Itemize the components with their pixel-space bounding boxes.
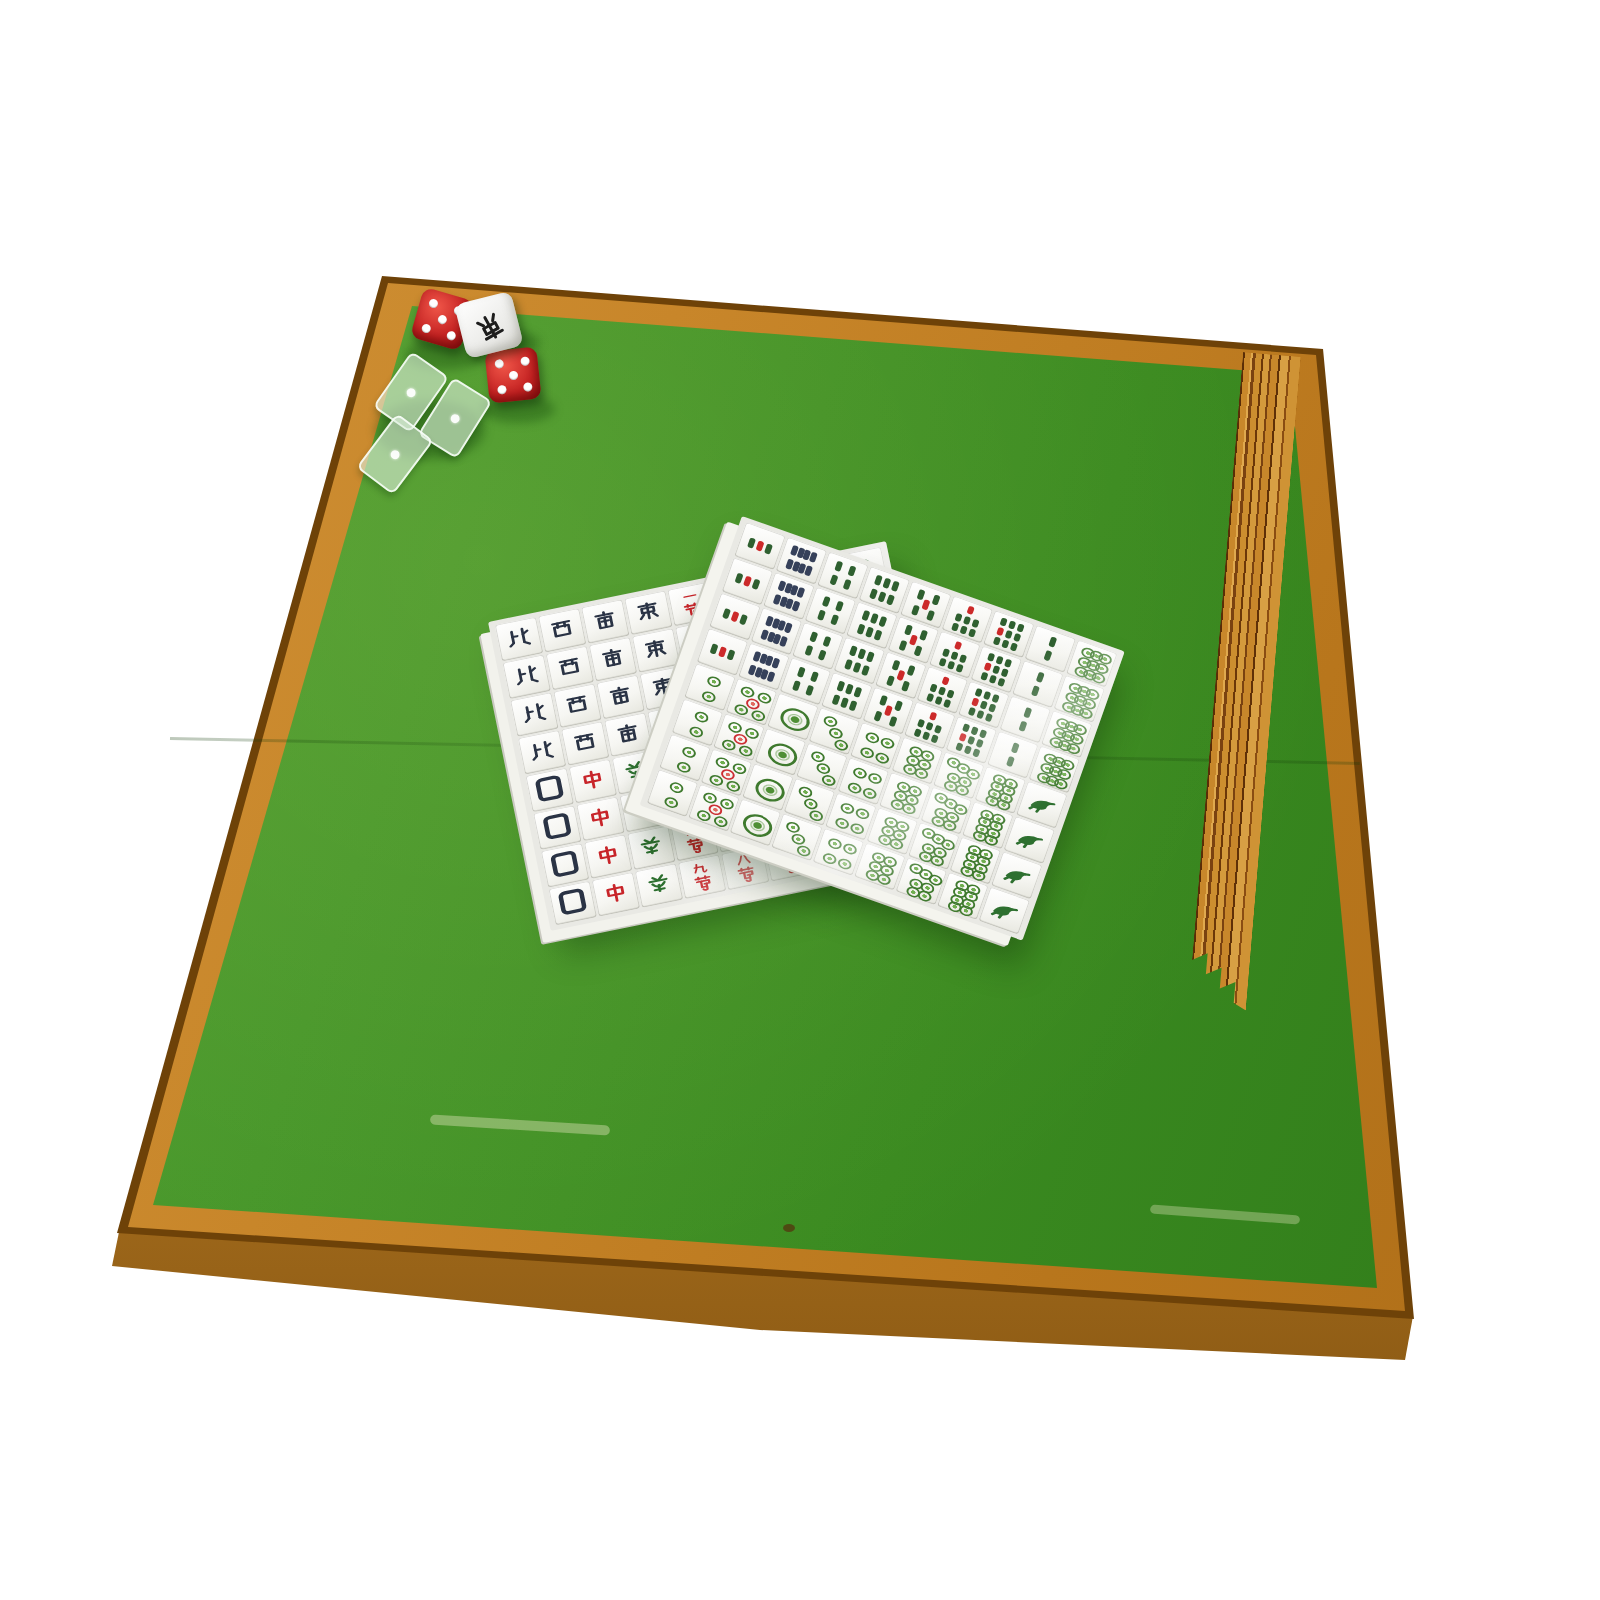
dot [675, 760, 692, 774]
bamboo-stick [889, 716, 898, 728]
tile-F [627, 825, 676, 870]
tile-W [538, 608, 587, 653]
bamboo-stick [964, 745, 972, 754]
bamboo-stick [718, 646, 727, 658]
dot [738, 744, 755, 758]
bamboo-stick [967, 736, 975, 745]
honor-tile-glyph-C [586, 804, 615, 833]
dot [725, 779, 742, 793]
bamboo-stick [999, 617, 1007, 626]
bamboo-stick [845, 683, 854, 695]
bamboo-stick [844, 659, 853, 671]
tile-E [624, 590, 673, 635]
bamboo-stick [907, 665, 916, 677]
tile-W [546, 646, 595, 691]
tile-C [569, 759, 618, 804]
bamboo-stick [1005, 630, 1013, 639]
marker-highlight-dot [405, 386, 418, 399]
bamboo-stick [1013, 633, 1021, 642]
bamboo-stick [866, 651, 875, 663]
bamboo-stick [987, 652, 995, 661]
bamboo-stick [959, 654, 967, 663]
bamboo-stick [935, 696, 943, 705]
dot [739, 685, 756, 699]
bamboo-stick [909, 634, 918, 646]
bamboo-stick [886, 594, 895, 606]
bamboo-stick [950, 651, 958, 660]
dot [688, 725, 705, 739]
dot [663, 796, 680, 810]
bamboo-stick [831, 694, 840, 706]
tile-C [584, 834, 633, 879]
dot [808, 809, 825, 823]
die-pip [494, 358, 504, 368]
die-pip [496, 384, 506, 394]
bamboo-stick [873, 710, 882, 722]
frame-latch-hole [783, 1224, 795, 1232]
bamboo-stick [1043, 650, 1052, 662]
bamboo-stick [747, 537, 756, 549]
bamboo-stick [792, 680, 801, 692]
dot [862, 786, 879, 800]
tile-C [576, 797, 625, 842]
dot [833, 816, 850, 830]
bamboo-stick [817, 609, 826, 621]
bamboo-stick [709, 643, 718, 655]
dot [833, 738, 850, 752]
tile-E [632, 628, 681, 673]
dot [839, 801, 856, 815]
bamboo-stick [925, 722, 933, 731]
bamboo-stick [1010, 642, 1018, 651]
bamboo-stick [1011, 742, 1020, 754]
bamboo-stick [882, 578, 891, 590]
bamboo-stick [840, 697, 849, 709]
bamboo-stick [1001, 639, 1009, 648]
bamboo-stick [884, 705, 893, 717]
character-tile-glyphs [721, 846, 770, 891]
dot [681, 745, 698, 759]
bamboo-stick [764, 543, 773, 555]
die-pip [445, 330, 456, 341]
dot [797, 785, 814, 799]
bamboo-stick [1048, 636, 1057, 648]
bamboo-stick [1036, 672, 1045, 684]
marker-highlight-dot [389, 448, 402, 461]
white-dragon-frame [532, 772, 568, 808]
bamboo-stick [861, 610, 870, 622]
tile-S [596, 675, 645, 720]
bamboo-stick [797, 666, 806, 678]
dot [874, 751, 891, 765]
dot [846, 781, 863, 795]
bamboo-stick [989, 675, 997, 684]
dot [752, 775, 787, 805]
bamboo-stick [996, 627, 1004, 636]
dot [727, 720, 744, 734]
bamboo-stick [913, 728, 921, 737]
bamboo-stick [926, 693, 934, 702]
bamboo-stick [835, 601, 844, 613]
bamboo-stick [874, 574, 883, 586]
bamboo-stick [988, 703, 996, 712]
wind-die-character [469, 304, 508, 346]
bamboo-stick [1018, 720, 1027, 732]
bamboo-stick [810, 671, 819, 683]
tile-S [589, 637, 638, 682]
bamboo-stick [895, 700, 904, 712]
bamboo-stick [822, 596, 831, 608]
bamboo-stick [927, 610, 936, 622]
bamboo-stick [830, 614, 839, 626]
bamboo-stick [914, 645, 923, 657]
bamboo-stick [818, 649, 827, 661]
bamboo-stick [869, 588, 878, 600]
bamboo-stick [809, 631, 818, 643]
bamboo-stick [856, 623, 865, 635]
bamboo-stick [951, 622, 959, 631]
honor-tile-glyph-N [520, 700, 549, 729]
die-pip [420, 322, 431, 333]
bamboo-stick [730, 611, 739, 623]
bamboo-stick [962, 723, 970, 732]
bamboo-stick [829, 574, 838, 586]
dot [855, 807, 872, 821]
bamboo-stick [938, 686, 946, 695]
dot [713, 815, 730, 829]
tile-m8 [721, 846, 770, 891]
bamboo-stick [942, 648, 950, 657]
dot [668, 781, 685, 795]
bamboo-stick [916, 588, 925, 600]
white-dragon-frame [547, 847, 583, 883]
bamboo-stick [983, 662, 991, 671]
bamboo-stick [947, 661, 955, 670]
bamboo-stick [976, 710, 984, 719]
honor-tile-glyph-W [563, 691, 592, 720]
dot [826, 837, 843, 851]
tile-P [525, 768, 574, 813]
dot [790, 832, 807, 846]
bamboo-stick [853, 662, 862, 674]
bamboo-stick [823, 636, 832, 648]
tile-W [553, 683, 602, 728]
dot [750, 709, 767, 723]
bamboo-stick [958, 733, 966, 742]
bamboo-stick [1017, 623, 1025, 632]
honor-tile-glyph-N [512, 662, 541, 691]
bamboo-stick [956, 664, 964, 673]
honor-tile-glyph-W [571, 729, 600, 758]
tile-P [533, 805, 582, 850]
white-dragon-frame [555, 885, 591, 921]
dot [784, 820, 801, 834]
bamboo-stick [849, 645, 858, 657]
die-pip [522, 382, 532, 392]
tile-F [635, 863, 684, 908]
tile-S [604, 712, 653, 757]
dot [880, 736, 897, 750]
bamboo-stick [955, 742, 963, 751]
honor-tile-glyph-N [528, 737, 557, 766]
bamboo-stick [997, 678, 1005, 687]
dot [858, 746, 875, 760]
bamboo-stick [963, 616, 971, 625]
bamboo-stick [911, 604, 920, 616]
honor-tile-glyph-F [622, 758, 651, 787]
marker-highlight-dot [449, 412, 461, 424]
bamboo-stick [874, 630, 883, 642]
bamboo-stick [902, 680, 911, 692]
honor-tile-glyph-C [602, 880, 631, 909]
die-pip [436, 313, 447, 324]
bamboo-stick [985, 713, 993, 722]
tile-m9 [678, 854, 727, 899]
bamboo-stick [870, 613, 879, 625]
bamboo-stick [861, 665, 870, 677]
dot [706, 675, 723, 689]
dot [867, 772, 884, 786]
bamboo-stick [898, 639, 907, 651]
bamboo-stick [917, 719, 925, 728]
honor-tile-glyph-S [591, 607, 620, 636]
honor-tile-glyph-F [645, 871, 674, 900]
honor-tile-glyph-S [614, 720, 643, 749]
bamboo-stick [972, 619, 980, 628]
bamboo-stick [920, 629, 929, 641]
bamboo-stick [995, 656, 1003, 665]
die-pip [508, 370, 518, 380]
die-pip [428, 297, 439, 308]
bamboo-stick [968, 628, 976, 637]
bamboo-stick [727, 649, 736, 661]
bamboo-stick [878, 591, 887, 603]
bamboo-stick [857, 648, 866, 660]
bamboo-stick [929, 711, 937, 720]
bamboo-stick [739, 614, 748, 626]
bamboo-stick [865, 626, 874, 638]
bamboo-stick [954, 613, 962, 622]
bamboo-stick [886, 675, 895, 687]
bamboo-stick [992, 694, 1000, 703]
bamboo-stick [960, 625, 968, 634]
tile-P [541, 843, 590, 888]
dot [777, 704, 812, 734]
honor-tile-glyph-W [556, 653, 585, 682]
tile-N [502, 654, 551, 699]
bamboo-stick [1001, 668, 1009, 677]
bamboo-stick [722, 608, 731, 620]
bamboo-stick [743, 576, 752, 588]
dot [803, 797, 820, 811]
bamboo-stick [931, 734, 939, 743]
bamboo-stick [848, 565, 857, 577]
bamboo-stick [947, 689, 955, 698]
dot [864, 731, 881, 745]
bamboo-stick [1023, 707, 1032, 719]
dot [702, 791, 719, 805]
dot [740, 810, 775, 840]
bamboo-stick [980, 700, 988, 709]
honor-tile-glyph-S [599, 645, 628, 674]
honor-tile-glyph-E [642, 636, 671, 665]
bamboo-stick [938, 657, 946, 666]
honor-tile-glyph-E [649, 673, 678, 702]
mahjong-set-product-photo [0, 0, 1600, 1600]
honor-tile-glyph-F [637, 833, 666, 862]
bamboo-stick [843, 579, 852, 591]
bamboo-stick [1008, 620, 1016, 629]
dot [821, 773, 838, 787]
dot [765, 740, 800, 770]
honor-tile-glyph-S [606, 682, 635, 711]
dot [796, 844, 813, 858]
bamboo-stick [974, 688, 982, 697]
bamboo-stick [904, 624, 913, 636]
bamboo-stick [970, 726, 978, 735]
dot [815, 762, 832, 776]
bamboo-stick [993, 636, 1001, 645]
honor-tile-glyph-E [634, 598, 663, 627]
bamboo-stick [943, 699, 951, 708]
bamboo-stick [1006, 756, 1015, 768]
dot [822, 714, 839, 728]
dot [714, 756, 731, 770]
dot [700, 690, 717, 704]
dot [849, 822, 866, 836]
bamboo-stick [849, 700, 858, 712]
bamboo-stick [834, 561, 843, 573]
honor-tile-glyph-W [548, 616, 577, 645]
tile-N [518, 730, 567, 775]
bamboo-stick [976, 739, 984, 748]
bamboo-stick [734, 573, 743, 585]
bamboo-stick [896, 670, 905, 682]
bamboo-stick [980, 671, 988, 680]
dot [828, 726, 845, 740]
honor-tile-glyph-C [579, 766, 608, 795]
bamboo-stick [804, 645, 813, 657]
bamboo-stick [992, 665, 1000, 674]
dot [821, 851, 838, 865]
bamboo-stick [921, 599, 930, 611]
honor-tile-glyph-C [594, 842, 623, 871]
tile-N [510, 692, 559, 737]
bamboo-stick [932, 594, 941, 606]
dot [693, 710, 710, 724]
dot [837, 857, 854, 871]
bamboo-stick [1031, 685, 1040, 697]
bamboo-stick [891, 659, 900, 671]
bamboo-stick [752, 579, 761, 591]
bamboo-stick [755, 540, 764, 552]
bamboo-stick [879, 694, 888, 706]
bamboo-stick [983, 691, 991, 700]
tile-P [548, 881, 597, 926]
dot [842, 842, 859, 856]
bamboo-stick [968, 707, 976, 716]
dot [851, 766, 868, 780]
bamboo-stick [854, 687, 863, 699]
bamboo-stick [971, 697, 979, 706]
red-die-2 [484, 346, 541, 403]
bamboo-stick [891, 581, 900, 593]
bamboo-stick [879, 616, 888, 628]
character-tile-glyphs [678, 854, 727, 899]
bamboo-stick [805, 685, 814, 697]
bamboo-stick [934, 725, 942, 734]
bamboo-stick [1004, 659, 1012, 668]
bamboo-stick [941, 676, 949, 685]
white-dragon-frame [540, 809, 576, 845]
bamboo-stick [922, 731, 930, 740]
bamboo-stick [966, 606, 974, 615]
bamboo-stick [836, 680, 845, 692]
dot [809, 750, 826, 764]
tile-W [561, 721, 610, 766]
bamboo-stick [954, 641, 962, 650]
bamboo-stick [929, 683, 937, 692]
honor-tile-glyph-N [505, 624, 534, 653]
bamboo-stick [972, 748, 980, 757]
bamboo-stick [979, 729, 987, 738]
tile-S [581, 599, 630, 644]
die-pip [520, 356, 530, 366]
tile-C [592, 872, 641, 917]
tile-N [495, 617, 544, 662]
